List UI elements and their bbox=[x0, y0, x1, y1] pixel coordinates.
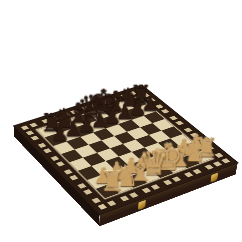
product-photo: ♜♞♝♛♚♝♞♜♟♟♟♟♟♟♟♟♟♟♟♟♟♟♟♟♜♞♝♛♚♝♞♜ bbox=[0, 0, 242, 242]
clasp-icon bbox=[138, 200, 146, 210]
chessboard: ♜♞♝♛♚♝♞♜♟♟♟♟♟♟♟♟♟♟♟♟♟♟♟♟♜♞♝♛♚♝♞♜ bbox=[14, 85, 238, 214]
clasp-icon bbox=[210, 173, 218, 183]
